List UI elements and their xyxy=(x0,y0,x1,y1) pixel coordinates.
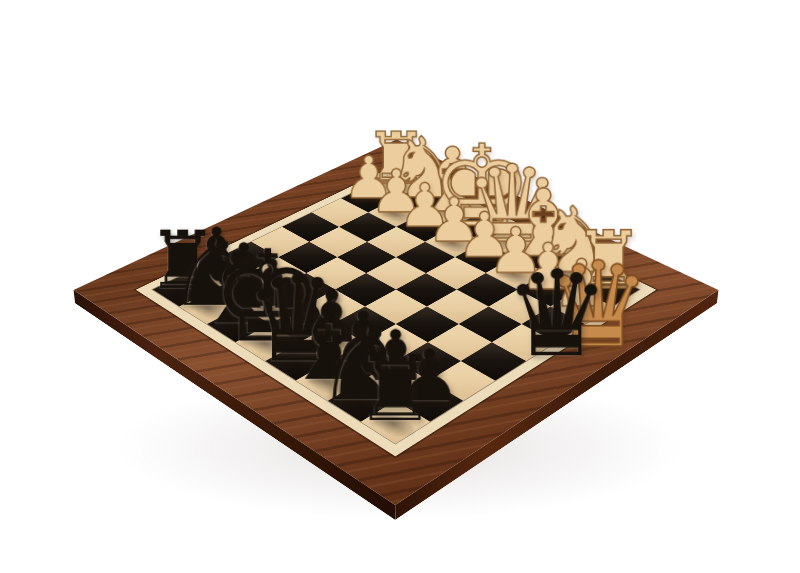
black-queen-glyph: ♛ xyxy=(504,253,611,372)
black-rook-glyph: ♜ xyxy=(355,344,436,435)
photo-scene: ♜♞♝♚♛♝♞♜♟♟♟♟♟♟♟♟♟♟♟♟♟♟♟♟♜♞♝♚♛♝♞♜ ♛♛ xyxy=(0,0,800,573)
